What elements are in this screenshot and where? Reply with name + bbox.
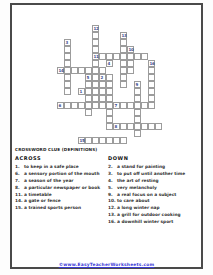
empty-space <box>113 88 120 95</box>
empty-space <box>141 130 148 137</box>
clue-number: 3 <box>66 40 68 45</box>
clue-number: 11 <box>94 54 99 59</box>
grid-cell[interactable]: 2 <box>99 74 106 81</box>
empty-space <box>64 130 71 137</box>
clue-number: 5 <box>87 75 89 80</box>
empty-space <box>155 102 162 109</box>
grid-cell[interactable] <box>127 60 134 67</box>
empty-space <box>85 39 92 46</box>
empty-space <box>155 60 162 67</box>
across-clue-11: 11.a timetable <box>15 192 104 198</box>
empty-space <box>71 130 78 137</box>
empty-space <box>71 123 78 130</box>
grid-cell[interactable] <box>134 116 141 123</box>
empty-space <box>106 130 113 137</box>
empty-space <box>141 60 148 67</box>
empty-space <box>85 25 92 32</box>
grid-cell[interactable]: 10 <box>127 46 134 53</box>
grid-cell[interactable] <box>85 67 92 74</box>
empty-space <box>127 25 134 32</box>
empty-space <box>113 95 120 102</box>
empty-space <box>148 39 155 46</box>
grid-cell[interactable]: 16 <box>148 60 155 67</box>
empty-space <box>85 32 92 39</box>
empty-space <box>141 25 148 32</box>
grid-cell[interactable] <box>92 67 99 74</box>
empty-space <box>120 116 127 123</box>
empty-space <box>141 109 148 116</box>
grid-cell[interactable]: 3 <box>64 39 71 46</box>
grid-cell[interactable] <box>71 102 78 109</box>
grid-cell[interactable] <box>148 81 155 88</box>
grid-cell[interactable]: 8 <box>113 123 120 130</box>
grid-cell[interactable] <box>113 137 120 144</box>
empty-space <box>155 39 162 46</box>
grid-cell[interactable] <box>106 102 113 109</box>
grid-cell[interactable] <box>99 102 106 109</box>
empty-space <box>85 60 92 67</box>
empty-space <box>71 46 78 53</box>
grid-cell[interactable]: 12 <box>92 25 99 32</box>
empty-space <box>85 46 92 53</box>
grid-cell[interactable]: 4 <box>106 60 113 67</box>
clue-text: to care about <box>117 198 202 204</box>
clue-number: 8 <box>115 124 117 129</box>
grid-cell[interactable] <box>106 109 113 116</box>
empty-space <box>155 116 162 123</box>
grid-cell[interactable] <box>64 102 71 109</box>
down-clue-16: 16.a downhill winter sport <box>108 219 202 225</box>
clue-number: 2 <box>101 75 103 80</box>
clue-text: to put off until another time <box>117 171 202 177</box>
empty-space <box>78 123 85 130</box>
empty-space <box>71 25 78 32</box>
grid-cell[interactable] <box>120 137 127 144</box>
grid-cell[interactable] <box>78 102 85 109</box>
grid-cell[interactable] <box>127 53 134 60</box>
empty-space <box>120 130 127 137</box>
empty-space <box>64 137 71 144</box>
empty-space <box>113 81 120 88</box>
grid-cell[interactable] <box>134 123 141 130</box>
empty-space <box>148 46 155 53</box>
empty-space <box>106 25 113 32</box>
empty-space <box>71 81 78 88</box>
clue-num-label: 1. <box>15 164 24 170</box>
grid-cell[interactable] <box>120 102 127 109</box>
empty-space <box>71 95 78 102</box>
clue-num-label: 11. <box>15 192 24 198</box>
empty-space <box>99 116 106 123</box>
empty-space <box>120 88 127 95</box>
empty-space <box>64 95 71 102</box>
grid-cell[interactable] <box>64 60 71 67</box>
grid-cell[interactable] <box>148 102 155 109</box>
grid-cell[interactable] <box>99 137 106 144</box>
grid-cell[interactable] <box>92 95 99 102</box>
grid-cell[interactable] <box>127 102 134 109</box>
grid-cell[interactable] <box>148 74 155 81</box>
grid-cell[interactable] <box>113 53 120 60</box>
grid-cell[interactable] <box>148 67 155 74</box>
empty-space <box>155 74 162 81</box>
empty-space <box>78 109 85 116</box>
down-clue-12: 12.a long winter nap <box>108 205 202 211</box>
empty-space <box>71 109 78 116</box>
empty-space <box>57 60 64 67</box>
grid-cell[interactable] <box>92 60 99 67</box>
empty-space <box>85 116 92 123</box>
empty-space <box>155 81 162 88</box>
grid-cell[interactable] <box>92 81 99 88</box>
clue-num-label: 9. <box>108 192 117 198</box>
grid-cell[interactable] <box>92 32 99 39</box>
empty-space <box>78 74 85 81</box>
empty-space <box>127 81 134 88</box>
grid-cell[interactable] <box>92 74 99 81</box>
empty-space <box>57 25 64 32</box>
empty-space <box>113 109 120 116</box>
empty-space <box>127 109 134 116</box>
clue-text: a downhill winter sport <box>117 219 202 225</box>
empty-space <box>141 32 148 39</box>
grid-cell[interactable] <box>92 88 99 95</box>
empty-space <box>92 109 99 116</box>
down-clue-13: 13.a grill for outdoor cooking <box>108 212 202 218</box>
grid-cell[interactable]: 6 <box>57 102 64 109</box>
clue-text: the art of resting <box>117 178 202 184</box>
empty-space <box>57 39 64 46</box>
empty-space <box>78 46 85 53</box>
grid-cell[interactable] <box>120 74 127 81</box>
grid-cell[interactable] <box>85 109 92 116</box>
clue-text: a trained sports person <box>24 205 104 211</box>
empty-space <box>155 46 162 53</box>
clue-number: 9 <box>136 82 138 87</box>
grid-cell[interactable] <box>120 81 127 88</box>
grid-cell[interactable] <box>92 39 99 46</box>
empty-space <box>64 109 71 116</box>
empty-space <box>155 67 162 74</box>
clue-number: 7 <box>115 103 117 108</box>
grid-cell[interactable] <box>106 95 113 102</box>
empty-space <box>141 95 148 102</box>
empty-space <box>57 123 64 130</box>
grid-cell[interactable] <box>64 53 71 60</box>
clue-num-label: 3. <box>108 171 117 177</box>
clue-num-label: 7. <box>15 178 24 184</box>
empty-space <box>78 53 85 60</box>
empty-space <box>106 46 113 53</box>
grid-cell[interactable] <box>155 123 162 130</box>
empty-space <box>141 67 148 74</box>
website-link[interactable]: ©www.EasyTeacherWorksheets.com <box>59 262 155 267</box>
grid-cell[interactable]: 5 <box>85 74 92 81</box>
grid-cell[interactable] <box>134 95 141 102</box>
grid-cell[interactable] <box>141 102 148 109</box>
empty-space <box>71 60 78 67</box>
grid-cell[interactable] <box>120 60 127 67</box>
crossword-grid: 12133101141614529167815 <box>57 25 162 144</box>
down-clue-5: 5.very melancholy <box>108 185 202 191</box>
clue-number: 14 <box>59 68 64 73</box>
clue-number: 10 <box>129 47 134 52</box>
empty-space <box>113 74 120 81</box>
empty-space <box>113 32 120 39</box>
grid-cell[interactable]: 14 <box>57 67 64 74</box>
grid-cell[interactable] <box>78 67 85 74</box>
grid-cell[interactable] <box>85 102 92 109</box>
grid-cell[interactable] <box>71 67 78 74</box>
empty-space <box>141 46 148 53</box>
clue-text: a long winter nap <box>117 205 202 211</box>
across-clue-15: 15.a trained sports person <box>15 205 104 211</box>
down-clue-list: DOWN 2.a stand for painting3.to put off … <box>108 156 202 226</box>
empty-space <box>113 25 120 32</box>
clue-num-label: 15. <box>15 205 24 211</box>
grid-cell[interactable] <box>106 74 113 81</box>
empty-space <box>127 88 134 95</box>
empty-space <box>92 130 99 137</box>
empty-space <box>57 53 64 60</box>
grid-cell[interactable] <box>99 67 106 74</box>
empty-space <box>71 74 78 81</box>
empty-space <box>78 130 85 137</box>
grid-cell[interactable] <box>134 102 141 109</box>
grid-cell[interactable] <box>134 130 141 137</box>
empty-space <box>148 25 155 32</box>
grid-cell[interactable] <box>85 88 92 95</box>
clue-num-label: 14. <box>15 198 24 204</box>
empty-space <box>127 116 134 123</box>
clue-text: a real focus on a subject <box>117 192 202 198</box>
grid-cell[interactable]: 1 <box>78 88 85 95</box>
clue-number: 13 <box>122 33 127 38</box>
grid-cell[interactable] <box>85 81 92 88</box>
clue-number: 6 <box>59 103 61 108</box>
worksheet-page: 12133101141614529167815 CROSSWORD CLUE (… <box>0 0 213 275</box>
empty-space <box>85 53 92 60</box>
empty-space <box>106 39 113 46</box>
empty-space <box>127 95 134 102</box>
grid-cell[interactable] <box>92 137 99 144</box>
empty-space <box>155 25 162 32</box>
clue-text: a sensory portion of the mouth <box>24 171 104 177</box>
clue-text: to keep in a safe place <box>24 164 104 170</box>
empty-space <box>57 116 64 123</box>
empty-space <box>127 32 134 39</box>
empty-space <box>127 39 134 46</box>
grid-cell[interactable] <box>134 109 141 116</box>
grid-cell[interactable]: 9 <box>134 81 141 88</box>
grid-cell[interactable] <box>92 46 99 53</box>
grid-cell[interactable] <box>99 81 106 88</box>
grid-cell[interactable] <box>120 67 127 74</box>
grid-cell[interactable] <box>99 53 106 60</box>
empty-space <box>106 32 113 39</box>
empty-space <box>127 137 134 144</box>
empty-space <box>92 116 99 123</box>
empty-space <box>78 116 85 123</box>
across-clue-8: 8.a particular newspaper or book <box>15 185 104 191</box>
clue-text: a particular newspaper or book <box>24 185 104 191</box>
across-clue-7: 7.a season of the year <box>15 178 104 184</box>
down-clue-2: 2.a stand for painting <box>108 164 202 170</box>
down-clue-3: 3.to put off until another time <box>108 171 202 177</box>
empty-space <box>134 74 141 81</box>
empty-space <box>57 46 64 53</box>
empty-space <box>127 130 134 137</box>
clue-number: 4 <box>108 61 110 66</box>
clue-num-label: 6. <box>15 171 24 177</box>
grid-cell[interactable] <box>99 88 106 95</box>
empty-space <box>99 130 106 137</box>
grid-cell[interactable] <box>141 53 148 60</box>
clue-text: a season of the year <box>24 178 104 184</box>
grid-cell[interactable] <box>127 67 134 74</box>
clue-num-label: 5. <box>108 185 117 191</box>
grid-cell[interactable] <box>85 137 92 144</box>
empty-space <box>99 46 106 53</box>
empty-space <box>99 109 106 116</box>
empty-space <box>99 32 106 39</box>
empty-space <box>71 39 78 46</box>
empty-space <box>155 109 162 116</box>
empty-space <box>57 95 64 102</box>
grid-cell[interactable]: 13 <box>120 32 127 39</box>
empty-space <box>78 81 85 88</box>
across-clue-1: 1.to keep in a safe place <box>15 164 104 170</box>
footer: ©www.EasyTeacherWorksheets.com <box>12 251 201 270</box>
grid-cell[interactable] <box>148 88 155 95</box>
clue-num-label: 10. <box>108 198 117 204</box>
clue-number: 1 <box>80 89 82 94</box>
grid-cell[interactable] <box>64 88 71 95</box>
empty-space <box>148 137 155 144</box>
empty-space <box>120 25 127 32</box>
grid-cell[interactable] <box>106 88 113 95</box>
grid-cell[interactable] <box>85 95 92 102</box>
empty-space <box>134 46 141 53</box>
clue-num-label: 4. <box>108 178 117 184</box>
empty-space <box>113 67 120 74</box>
grid-cell[interactable] <box>141 123 148 130</box>
grid-cell[interactable] <box>120 46 127 53</box>
empty-space <box>92 123 99 130</box>
empty-space <box>134 137 141 144</box>
down-header: DOWN <box>108 156 202 162</box>
clue-number: 12 <box>94 26 99 31</box>
empty-space <box>134 60 141 67</box>
empty-space <box>155 130 162 137</box>
empty-space <box>155 137 162 144</box>
grid-cell[interactable] <box>99 95 106 102</box>
grid-cell[interactable] <box>64 67 71 74</box>
empty-space <box>64 123 71 130</box>
empty-space <box>155 95 162 102</box>
grid-cell[interactable] <box>106 116 113 123</box>
grid-cell[interactable] <box>106 123 113 130</box>
clue-number: 16 <box>150 61 155 66</box>
clue-num-label: 2. <box>108 164 117 170</box>
grid-cell[interactable] <box>106 81 113 88</box>
empty-space <box>113 39 120 46</box>
clue-text: a timetable <box>24 192 104 198</box>
clue-num-label: 13. <box>108 212 117 218</box>
grid-cell[interactable]: 7 <box>113 102 120 109</box>
empty-space <box>78 95 85 102</box>
empty-space <box>155 32 162 39</box>
grid-cell[interactable] <box>134 88 141 95</box>
empty-space <box>120 95 127 102</box>
empty-space <box>57 137 64 144</box>
grid-cell[interactable] <box>64 46 71 53</box>
empty-space <box>113 116 120 123</box>
grid-cell[interactable] <box>148 123 155 130</box>
empty-space <box>120 109 127 116</box>
down-clue-10: 10.to care about <box>108 198 202 204</box>
across-header: ACROSS <box>15 156 104 162</box>
across-clue-list: ACROSS 1.to keep in a safe place6.a sens… <box>15 156 104 212</box>
empty-space <box>113 130 120 137</box>
empty-space <box>113 46 120 53</box>
empty-space <box>57 88 64 95</box>
grid-cell[interactable]: 11 <box>92 53 99 60</box>
empty-space <box>134 39 141 46</box>
grid-cell[interactable]: 15 <box>78 137 85 144</box>
grid-cell[interactable] <box>106 137 113 144</box>
empty-space <box>78 39 85 46</box>
down-clue-9: 9.a real focus on a subject <box>108 192 202 198</box>
clue-text: a stand for painting <box>117 164 202 170</box>
empty-space <box>148 53 155 60</box>
grid-cell[interactable] <box>120 53 127 60</box>
empty-space <box>141 74 148 81</box>
grid-cell[interactable] <box>120 39 127 46</box>
empty-space <box>57 81 64 88</box>
clue-text: a gate or fence <box>24 198 104 204</box>
empty-space <box>141 81 148 88</box>
empty-space <box>78 60 85 67</box>
empty-space <box>99 60 106 67</box>
clue-section-title: CROSSWORD CLUE (DEFINITIONS) <box>15 147 97 152</box>
grid-cell[interactable] <box>134 53 141 60</box>
grid-cell[interactable] <box>148 95 155 102</box>
clue-number: 15 <box>80 138 85 143</box>
grid-cell[interactable] <box>120 123 127 130</box>
empty-space <box>141 137 148 144</box>
empty-space <box>71 137 78 144</box>
grid-cell[interactable] <box>92 102 99 109</box>
clue-num-label: 12. <box>108 205 117 211</box>
empty-space <box>148 109 155 116</box>
empty-space <box>64 32 71 39</box>
empty-space <box>99 25 106 32</box>
clue-num-label: 8. <box>15 185 24 191</box>
empty-space <box>78 25 85 32</box>
across-clue-6: 6.a sensory portion of the mouth <box>15 171 104 177</box>
empty-space <box>71 53 78 60</box>
grid-cell[interactable] <box>106 53 113 60</box>
empty-space <box>155 88 162 95</box>
grid-cell[interactable] <box>127 123 134 130</box>
empty-space <box>99 123 106 130</box>
empty-space <box>148 32 155 39</box>
grid-cell[interactable] <box>64 81 71 88</box>
empty-space <box>141 88 148 95</box>
across-clue-14: 14.a gate or fence <box>15 198 104 204</box>
grid-cell[interactable] <box>64 74 71 81</box>
